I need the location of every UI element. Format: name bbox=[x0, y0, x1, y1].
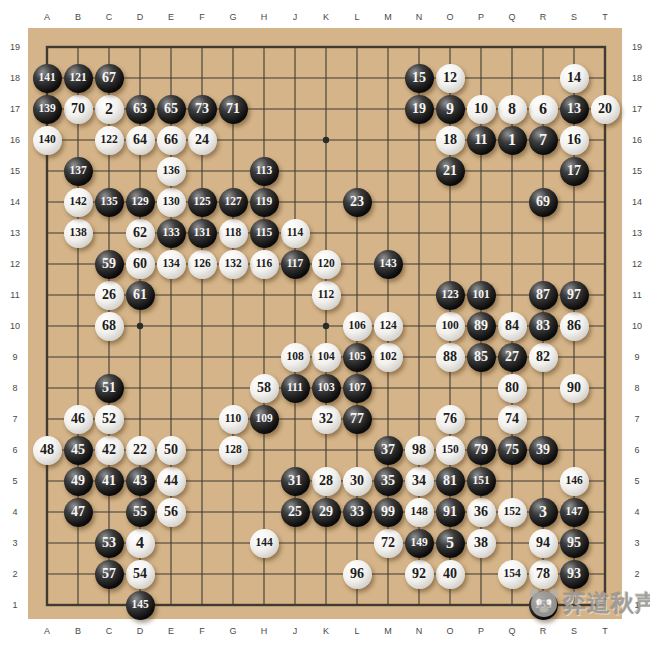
stone-black-o4-move-91: 91 bbox=[436, 498, 465, 527]
stone-white-p4-move-36: 36 bbox=[467, 498, 496, 527]
stone-white-n5-move-34: 34 bbox=[405, 467, 434, 496]
stone-black-r16-move-7: 7 bbox=[529, 126, 558, 155]
row-label-left-17: 17 bbox=[10, 104, 20, 114]
col-label-bottom-A: A bbox=[44, 626, 50, 636]
stone-black-j5-move-31: 31 bbox=[281, 467, 310, 496]
stone-black-l14-move-23: 23 bbox=[343, 188, 372, 217]
col-label-bottom-J: J bbox=[293, 626, 298, 636]
row-label-left-14: 14 bbox=[10, 197, 20, 207]
col-label-bottom-M: M bbox=[384, 626, 392, 636]
stone-white-k9-move-104: 104 bbox=[312, 343, 341, 372]
col-label-top-G: G bbox=[229, 12, 236, 22]
stone-black-o3-move-5: 5 bbox=[436, 529, 465, 558]
row-label-right-11: 11 bbox=[632, 290, 641, 300]
col-label-top-M: M bbox=[384, 12, 392, 22]
row-label-left-3: 3 bbox=[12, 538, 17, 548]
stone-white-g7-move-110: 110 bbox=[219, 405, 248, 434]
stone-black-p16-move-11: 11 bbox=[467, 126, 496, 155]
stone-white-l5-move-30: 30 bbox=[343, 467, 372, 496]
col-label-top-S: S bbox=[571, 12, 577, 22]
stone-black-l7-move-77: 77 bbox=[343, 405, 372, 434]
stone-white-d16-move-64: 64 bbox=[126, 126, 155, 155]
stone-white-d3-move-4: 4 bbox=[126, 529, 155, 558]
stone-black-h14-move-119: 119 bbox=[250, 188, 279, 217]
col-label-top-B: B bbox=[75, 12, 81, 22]
col-label-top-D: D bbox=[137, 12, 144, 22]
row-label-left-2: 2 bbox=[12, 569, 17, 579]
stone-white-k12-move-120: 120 bbox=[312, 250, 341, 279]
stone-black-c18-move-67: 67 bbox=[95, 64, 124, 93]
stone-black-d4-move-55: 55 bbox=[126, 498, 155, 527]
stone-black-s15-move-17: 17 bbox=[560, 157, 589, 186]
stone-white-m9-move-102: 102 bbox=[374, 343, 403, 372]
row-label-left-19: 19 bbox=[10, 42, 20, 52]
row-label-right-15: 15 bbox=[632, 166, 642, 176]
stone-black-r6-move-39: 39 bbox=[529, 436, 558, 465]
stone-white-k7-move-32: 32 bbox=[312, 405, 341, 434]
stone-white-d13-move-62: 62 bbox=[126, 219, 155, 248]
row-label-left-18: 18 bbox=[10, 73, 20, 83]
stone-white-d6-move-22: 22 bbox=[126, 436, 155, 465]
row-label-left-15: 15 bbox=[10, 166, 20, 176]
row-label-left-8: 8 bbox=[12, 383, 17, 393]
stone-white-n4-move-148: 148 bbox=[405, 498, 434, 527]
row-label-right-13: 13 bbox=[632, 228, 642, 238]
stone-black-b4-move-47: 47 bbox=[64, 498, 93, 527]
stone-black-m4-move-99: 99 bbox=[374, 498, 403, 527]
stone-white-o18-move-12: 12 bbox=[436, 64, 465, 93]
stone-white-e6-move-50: 50 bbox=[157, 436, 186, 465]
row-label-right-10: 10 bbox=[632, 321, 642, 331]
col-label-bottom-E: E bbox=[168, 626, 174, 636]
col-label-top-H: H bbox=[261, 12, 268, 22]
col-label-top-F: F bbox=[199, 12, 205, 22]
stone-black-f13-move-131: 131 bbox=[188, 219, 217, 248]
stone-black-n3-move-149: 149 bbox=[405, 529, 434, 558]
row-label-left-9: 9 bbox=[12, 352, 17, 362]
col-label-bottom-N: N bbox=[416, 626, 423, 636]
stone-white-q4-move-152: 152 bbox=[498, 498, 527, 527]
stone-white-s10-move-86: 86 bbox=[560, 312, 589, 341]
stone-black-s3-move-95: 95 bbox=[560, 529, 589, 558]
stone-white-b14-move-142: 142 bbox=[64, 188, 93, 217]
stone-white-j13-move-114: 114 bbox=[281, 219, 310, 248]
row-label-left-12: 12 bbox=[10, 259, 20, 269]
stone-white-f16-move-24: 24 bbox=[188, 126, 217, 155]
stone-white-f12-move-126: 126 bbox=[188, 250, 217, 279]
stone-black-o11-move-123: 123 bbox=[436, 281, 465, 310]
stone-black-a18-move-141: 141 bbox=[33, 64, 62, 93]
stone-black-e17-move-65: 65 bbox=[157, 95, 186, 124]
col-label-bottom-R: R bbox=[540, 626, 547, 636]
col-label-bottom-P: P bbox=[478, 626, 484, 636]
stone-black-q6-move-75: 75 bbox=[498, 436, 527, 465]
stone-black-l9-move-105: 105 bbox=[343, 343, 372, 372]
wechat-mascot-icon bbox=[526, 584, 562, 622]
stone-black-n17-move-19: 19 bbox=[405, 95, 434, 124]
stone-white-m3-move-72: 72 bbox=[374, 529, 403, 558]
col-label-top-J: J bbox=[293, 12, 298, 22]
stone-white-q7-move-74: 74 bbox=[498, 405, 527, 434]
col-label-top-L: L bbox=[354, 12, 359, 22]
stone-white-c7-move-52: 52 bbox=[95, 405, 124, 434]
stone-black-r11-move-87: 87 bbox=[529, 281, 558, 310]
stone-white-e4-move-56: 56 bbox=[157, 498, 186, 527]
row-label-right-12: 12 bbox=[632, 259, 642, 269]
col-label-bottom-B: B bbox=[75, 626, 81, 636]
stone-black-c2-move-57: 57 bbox=[95, 560, 124, 589]
stone-white-d2-move-54: 54 bbox=[126, 560, 155, 589]
col-label-top-P: P bbox=[478, 12, 484, 22]
stone-black-b18-move-121: 121 bbox=[64, 64, 93, 93]
stone-white-p17-move-10: 10 bbox=[467, 95, 496, 124]
stone-black-f14-move-125: 125 bbox=[188, 188, 217, 217]
row-label-right-19: 19 bbox=[632, 42, 642, 52]
row-label-right-17: 17 bbox=[632, 104, 642, 114]
stone-black-m6-move-37: 37 bbox=[374, 436, 403, 465]
col-label-top-C: C bbox=[106, 12, 113, 22]
stone-black-p9-move-85: 85 bbox=[467, 343, 496, 372]
row-label-right-14: 14 bbox=[632, 197, 642, 207]
stone-black-s4-move-147: 147 bbox=[560, 498, 589, 527]
stone-white-o10-move-100: 100 bbox=[436, 312, 465, 341]
stone-white-g6-move-128: 128 bbox=[219, 436, 248, 465]
stone-white-b17-move-70: 70 bbox=[64, 95, 93, 124]
stone-white-s16-move-16: 16 bbox=[560, 126, 589, 155]
stone-black-h7-move-109: 109 bbox=[250, 405, 279, 434]
stone-black-o5-move-81: 81 bbox=[436, 467, 465, 496]
stone-white-q8-move-80: 80 bbox=[498, 374, 527, 403]
stone-white-k5-move-28: 28 bbox=[312, 467, 341, 496]
stone-white-g12-move-132: 132 bbox=[219, 250, 248, 279]
col-label-bottom-S: S bbox=[571, 626, 577, 636]
stone-white-h3-move-144: 144 bbox=[250, 529, 279, 558]
stone-black-s11-move-97: 97 bbox=[560, 281, 589, 310]
watermark-text: 弈道秋声 bbox=[563, 588, 650, 619]
stone-black-e13-move-133: 133 bbox=[157, 219, 186, 248]
stone-black-d14-move-129: 129 bbox=[126, 188, 155, 217]
stone-white-h12-move-116: 116 bbox=[250, 250, 279, 279]
stone-white-s5-move-146: 146 bbox=[560, 467, 589, 496]
stone-white-o9-move-88: 88 bbox=[436, 343, 465, 372]
row-label-left-4: 4 bbox=[12, 507, 17, 517]
stone-white-r3-move-94: 94 bbox=[529, 529, 558, 558]
watermark: 弈道秋声 bbox=[526, 584, 650, 622]
stone-white-q2-move-154: 154 bbox=[498, 560, 527, 589]
go-board: 1234567891011121314151617181920212223242… bbox=[28, 28, 622, 619]
col-label-bottom-T: T bbox=[602, 626, 608, 636]
stone-white-e16-move-66: 66 bbox=[157, 126, 186, 155]
stone-black-p11-move-101: 101 bbox=[467, 281, 496, 310]
stone-white-l10-move-106: 106 bbox=[343, 312, 372, 341]
stone-black-k8-move-103: 103 bbox=[312, 374, 341, 403]
row-label-left-10: 10 bbox=[10, 321, 20, 331]
stone-black-p5-move-151: 151 bbox=[467, 467, 496, 496]
stone-white-j9-move-108: 108 bbox=[281, 343, 310, 372]
stone-white-c6-move-42: 42 bbox=[95, 436, 124, 465]
stone-white-c16-move-122: 122 bbox=[95, 126, 124, 155]
stone-black-m5-move-35: 35 bbox=[374, 467, 403, 496]
stone-black-g17-move-71: 71 bbox=[219, 95, 248, 124]
stone-black-f17-move-73: 73 bbox=[188, 95, 217, 124]
col-label-bottom-Q: Q bbox=[508, 626, 515, 636]
col-label-top-T: T bbox=[602, 12, 608, 22]
stone-black-j12-move-117: 117 bbox=[281, 250, 310, 279]
col-label-bottom-K: K bbox=[323, 626, 329, 636]
stone-white-o6-move-150: 150 bbox=[436, 436, 465, 465]
col-label-top-N: N bbox=[416, 12, 423, 22]
stone-black-d1-move-145: 145 bbox=[126, 591, 155, 620]
row-label-left-7: 7 bbox=[12, 414, 17, 424]
stone-white-n2-move-92: 92 bbox=[405, 560, 434, 589]
stone-black-r10-move-83: 83 bbox=[529, 312, 558, 341]
row-label-right-8: 8 bbox=[634, 383, 639, 393]
stone-black-b15-move-137: 137 bbox=[64, 157, 93, 186]
stone-white-e5-move-44: 44 bbox=[157, 467, 186, 496]
stone-white-o16-move-18: 18 bbox=[436, 126, 465, 155]
col-label-bottom-F: F bbox=[199, 626, 205, 636]
stone-black-g14-move-127: 127 bbox=[219, 188, 248, 217]
row-label-left-13: 13 bbox=[10, 228, 20, 238]
stone-black-c14-move-135: 135 bbox=[95, 188, 124, 217]
stone-white-r9-move-82: 82 bbox=[529, 343, 558, 372]
stone-white-t17-move-20: 20 bbox=[591, 95, 620, 124]
row-label-right-2: 2 bbox=[634, 569, 639, 579]
col-label-top-E: E bbox=[168, 12, 174, 22]
row-label-right-4: 4 bbox=[634, 507, 639, 517]
col-label-bottom-C: C bbox=[106, 626, 113, 636]
row-label-left-5: 5 bbox=[12, 476, 17, 486]
stone-black-r4-move-3: 3 bbox=[529, 498, 558, 527]
stone-white-m10-move-124: 124 bbox=[374, 312, 403, 341]
col-label-bottom-G: G bbox=[229, 626, 236, 636]
stone-black-j4-move-25: 25 bbox=[281, 498, 310, 527]
stone-black-b6-move-45: 45 bbox=[64, 436, 93, 465]
stone-white-b7-move-46: 46 bbox=[64, 405, 93, 434]
stone-black-o15-move-21: 21 bbox=[436, 157, 465, 186]
stone-white-e12-move-134: 134 bbox=[157, 250, 186, 279]
col-label-top-O: O bbox=[446, 12, 453, 22]
stone-white-g13-move-118: 118 bbox=[219, 219, 248, 248]
stone-black-p6-move-79: 79 bbox=[467, 436, 496, 465]
col-label-top-Q: Q bbox=[508, 12, 515, 22]
page: 1234567891011121314151617181920212223242… bbox=[0, 0, 650, 650]
stone-black-h15-move-113: 113 bbox=[250, 157, 279, 186]
stone-black-n18-move-15: 15 bbox=[405, 64, 434, 93]
col-label-top-A: A bbox=[44, 12, 50, 22]
stone-white-a16-move-140: 140 bbox=[33, 126, 62, 155]
stone-white-s8-move-90: 90 bbox=[560, 374, 589, 403]
stone-black-c5-move-41: 41 bbox=[95, 467, 124, 496]
stone-black-d11-move-61: 61 bbox=[126, 281, 155, 310]
stone-white-n6-move-98: 98 bbox=[405, 436, 434, 465]
stone-black-h13-move-115: 115 bbox=[250, 219, 279, 248]
stone-black-l4-move-33: 33 bbox=[343, 498, 372, 527]
stone-white-e15-move-136: 136 bbox=[157, 157, 186, 186]
stone-white-e14-move-130: 130 bbox=[157, 188, 186, 217]
stone-black-b5-move-49: 49 bbox=[64, 467, 93, 496]
col-label-top-R: R bbox=[540, 12, 547, 22]
stone-black-m12-move-143: 143 bbox=[374, 250, 403, 279]
stone-white-q17-move-8: 8 bbox=[498, 95, 527, 124]
row-label-right-9: 9 bbox=[634, 352, 639, 362]
stone-black-a17-move-139: 139 bbox=[33, 95, 62, 124]
stone-white-r17-move-6: 6 bbox=[529, 95, 558, 124]
stone-white-p3-move-38: 38 bbox=[467, 529, 496, 558]
stone-white-c17-move-2: 2 bbox=[95, 95, 124, 124]
row-label-right-18: 18 bbox=[632, 73, 642, 83]
row-label-right-5: 5 bbox=[634, 476, 639, 486]
row-label-left-1: 1 bbox=[12, 600, 17, 610]
stone-black-j8-move-111: 111 bbox=[281, 374, 310, 403]
col-label-bottom-O: O bbox=[446, 626, 453, 636]
stone-black-p10-move-89: 89 bbox=[467, 312, 496, 341]
stone-black-c8-move-51: 51 bbox=[95, 374, 124, 403]
stone-black-k4-move-29: 29 bbox=[312, 498, 341, 527]
col-label-bottom-L: L bbox=[354, 626, 359, 636]
stone-white-k11-move-112: 112 bbox=[312, 281, 341, 310]
stone-white-h8-move-58: 58 bbox=[250, 374, 279, 403]
stone-black-q9-move-27: 27 bbox=[498, 343, 527, 372]
stone-black-q16-move-1: 1 bbox=[498, 126, 527, 155]
stone-black-o17-move-9: 9 bbox=[436, 95, 465, 124]
stone-black-c3-move-53: 53 bbox=[95, 529, 124, 558]
stone-black-d5-move-43: 43 bbox=[126, 467, 155, 496]
stone-white-c10-move-68: 68 bbox=[95, 312, 124, 341]
stone-white-a6-move-48: 48 bbox=[33, 436, 62, 465]
stone-white-d12-move-60: 60 bbox=[126, 250, 155, 279]
col-label-bottom-D: D bbox=[137, 626, 144, 636]
row-label-right-6: 6 bbox=[634, 445, 639, 455]
col-label-top-K: K bbox=[323, 12, 329, 22]
stone-black-c12-move-59: 59 bbox=[95, 250, 124, 279]
stone-black-l8-move-107: 107 bbox=[343, 374, 372, 403]
stone-white-s18-move-14: 14 bbox=[560, 64, 589, 93]
stone-white-o2-move-40: 40 bbox=[436, 560, 465, 589]
stone-black-s17-move-13: 13 bbox=[560, 95, 589, 124]
row-label-right-3: 3 bbox=[634, 538, 639, 548]
row-label-left-6: 6 bbox=[12, 445, 17, 455]
stone-white-l2-move-96: 96 bbox=[343, 560, 372, 589]
row-label-left-11: 11 bbox=[10, 290, 19, 300]
stone-black-r14-move-69: 69 bbox=[529, 188, 558, 217]
row-label-right-7: 7 bbox=[634, 414, 639, 424]
stone-white-o7-move-76: 76 bbox=[436, 405, 465, 434]
stone-white-b13-move-138: 138 bbox=[64, 219, 93, 248]
stone-white-c11-move-26: 26 bbox=[95, 281, 124, 310]
row-label-right-16: 16 bbox=[632, 135, 642, 145]
stone-black-d17-move-63: 63 bbox=[126, 95, 155, 124]
stone-white-q10-move-84: 84 bbox=[498, 312, 527, 341]
col-label-bottom-H: H bbox=[261, 626, 268, 636]
row-label-left-16: 16 bbox=[10, 135, 20, 145]
